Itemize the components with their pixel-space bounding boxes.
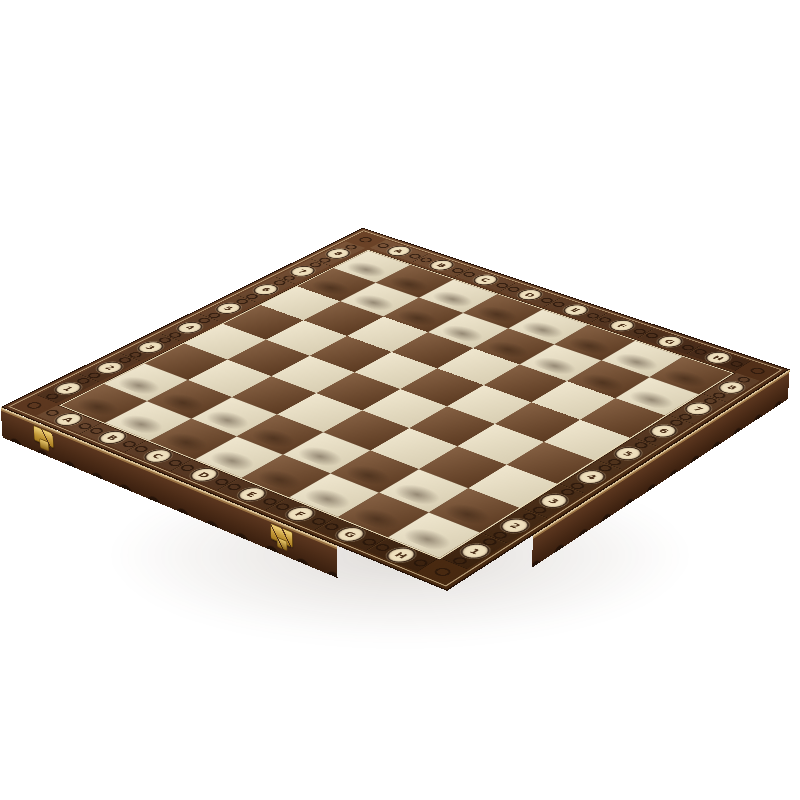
pawn-glyph: ♟ <box>529 313 574 368</box>
square-g6[interactable] <box>531 381 615 420</box>
square-h5[interactable] <box>544 420 630 461</box>
coordinate-medallion: 6 <box>645 422 682 440</box>
pawn-glyph: ♟ <box>625 346 671 402</box>
rook-glyph: ♜ <box>391 463 457 542</box>
brass-clasp-right <box>270 523 293 548</box>
pawn-glyph: ♟ <box>392 267 436 320</box>
pawn-glyph: ♟ <box>349 252 392 304</box>
coordinate-medallion: 8 <box>714 379 750 396</box>
photo-scene: ABCDEFGH ABCDEFGH 87654321 87654321 ♜♞♝♛… <box>0 0 800 800</box>
coordinate-medallion: 7 <box>680 400 717 417</box>
pawn-glyph: ♟ <box>482 297 527 351</box>
brass-clasp-left <box>33 425 54 449</box>
pawn-glyph: ♟ <box>576 329 622 384</box>
pawn-glyph: ♟ <box>437 282 481 335</box>
